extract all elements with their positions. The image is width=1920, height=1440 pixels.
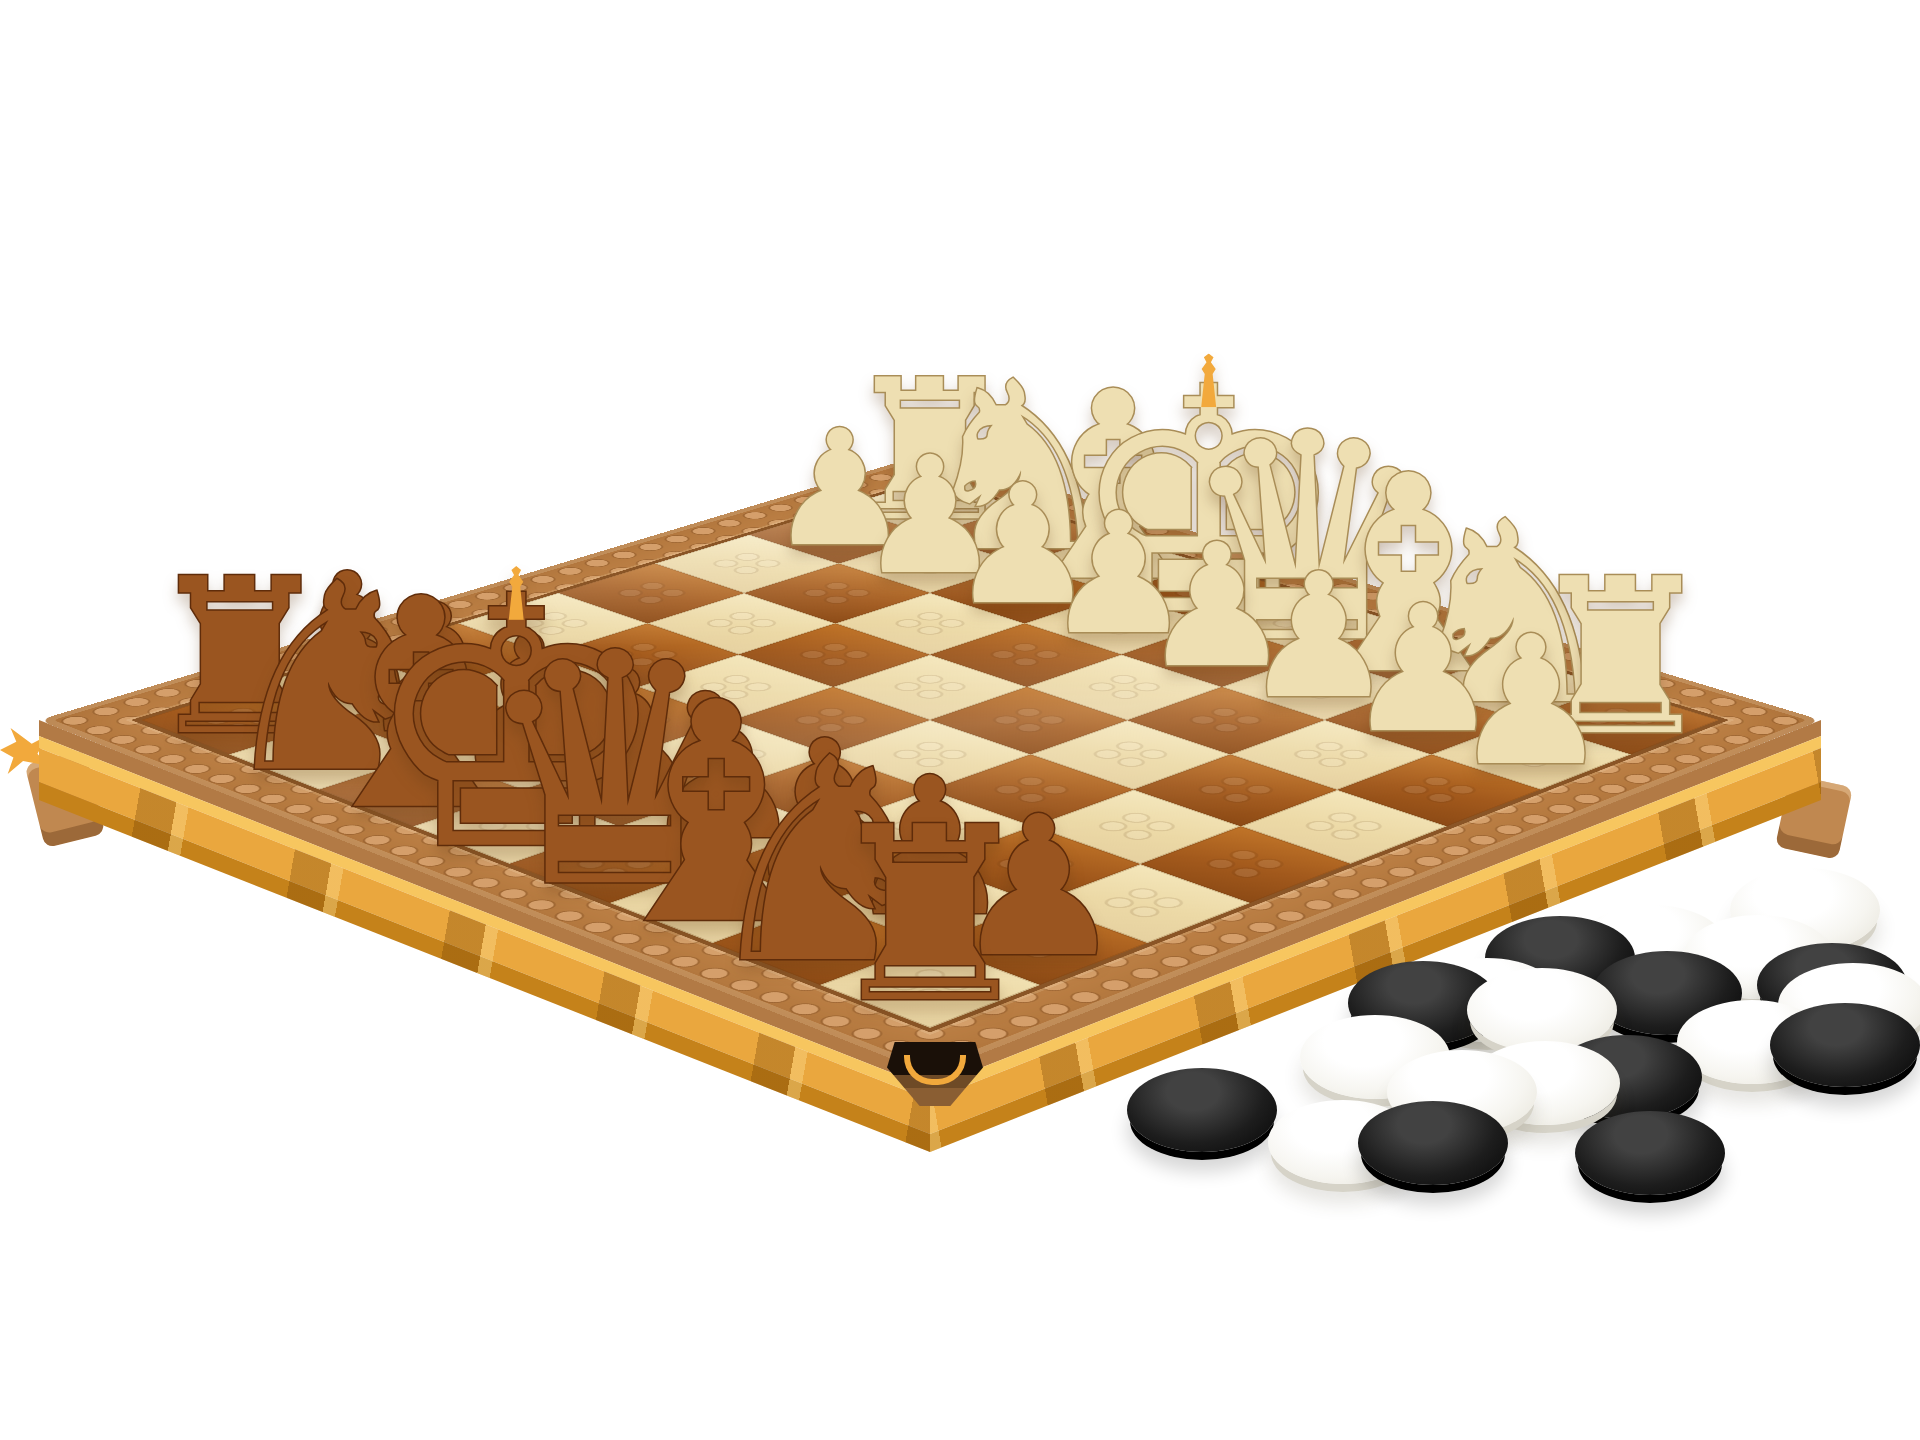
- corner-clasp-gold-laurel-icon: [887, 1042, 983, 1106]
- scene: ♜♞♝♛♚♝♞♜♟♟♟♟♟♟♟♟♟♟♟♟♟♟♟♟♜♞♝♛♚♝♞♜: [0, 0, 1920, 1440]
- checker-disc-black[interactable]: [1575, 1111, 1725, 1195]
- rook-glyph: ♜: [822, 794, 1038, 1035]
- pawn-glyph: ♟: [1451, 614, 1611, 792]
- piece-white-pawn-a2[interactable]: ♟: [1451, 614, 1611, 792]
- board-foot-right: [1775, 774, 1853, 860]
- checker-disc-black[interactable]: [1127, 1068, 1277, 1152]
- board-foot-left: [25, 750, 106, 848]
- piece-black-rook-a8[interactable]: ♜: [822, 794, 1038, 1035]
- checker-disc-black[interactable]: [1358, 1101, 1508, 1185]
- checker-disc-black[interactable]: [1770, 1003, 1920, 1087]
